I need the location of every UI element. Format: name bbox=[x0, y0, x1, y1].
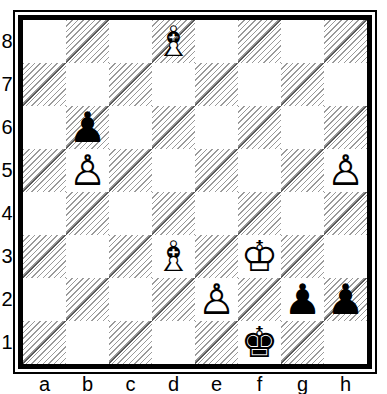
rank-label-1: 1 bbox=[0, 321, 14, 364]
square-a7[interactable] bbox=[23, 63, 66, 106]
square-a4[interactable] bbox=[23, 192, 66, 235]
rank-label-5: 5 bbox=[0, 149, 14, 192]
square-d2[interactable] bbox=[152, 278, 195, 321]
square-a6[interactable] bbox=[23, 106, 66, 149]
square-c7[interactable] bbox=[109, 63, 152, 106]
square-a1[interactable] bbox=[23, 321, 66, 364]
square-e7[interactable] bbox=[195, 63, 238, 106]
piece-glyph: ♙ bbox=[69, 150, 107, 192]
chess-board: ♝♗♟♟♙♟♙♝♗♚♔♟♙♟♟♚ bbox=[13, 10, 377, 374]
square-c1[interactable] bbox=[109, 321, 152, 364]
square-c5[interactable] bbox=[109, 149, 152, 192]
square-h2[interactable]: ♟ bbox=[324, 278, 367, 321]
square-f1[interactable]: ♚ bbox=[238, 321, 281, 364]
piece-black-pawn[interactable]: ♟ bbox=[66, 106, 109, 149]
square-f2[interactable] bbox=[238, 278, 281, 321]
square-f7[interactable] bbox=[238, 63, 281, 106]
square-f3[interactable]: ♚♔ bbox=[238, 235, 281, 278]
square-g2[interactable]: ♟ bbox=[281, 278, 324, 321]
piece-white-king[interactable]: ♚♔ bbox=[238, 235, 281, 278]
square-g1[interactable] bbox=[281, 321, 324, 364]
square-e5[interactable] bbox=[195, 149, 238, 192]
file-label-b: b bbox=[66, 373, 109, 394]
square-d7[interactable] bbox=[152, 63, 195, 106]
rank-label-3: 3 bbox=[0, 235, 14, 278]
square-e2[interactable]: ♟♙ bbox=[195, 278, 238, 321]
square-c8[interactable] bbox=[109, 20, 152, 63]
piece-glyph: ♗ bbox=[155, 21, 193, 63]
piece-white-bishop[interactable]: ♝♗ bbox=[152, 235, 195, 278]
square-b2[interactable] bbox=[66, 278, 109, 321]
square-g7[interactable] bbox=[281, 63, 324, 106]
rank-label-6: 6 bbox=[0, 106, 14, 149]
piece-glyph: ♙ bbox=[198, 279, 236, 321]
square-f4[interactable] bbox=[238, 192, 281, 235]
piece-white-bishop[interactable]: ♝♗ bbox=[152, 20, 195, 63]
square-e3[interactable] bbox=[195, 235, 238, 278]
rank-label-4: 4 bbox=[0, 192, 14, 235]
square-e4[interactable] bbox=[195, 192, 238, 235]
piece-black-pawn[interactable]: ♟ bbox=[324, 278, 367, 321]
piece-glyph: ♙ bbox=[327, 150, 365, 192]
file-labels: abcdefgh bbox=[23, 373, 367, 394]
file-label-h: h bbox=[324, 373, 367, 394]
square-h3[interactable] bbox=[324, 235, 367, 278]
square-c2[interactable] bbox=[109, 278, 152, 321]
square-a8[interactable] bbox=[23, 20, 66, 63]
piece-white-pawn[interactable]: ♟♙ bbox=[66, 149, 109, 192]
square-b6[interactable]: ♟ bbox=[66, 106, 109, 149]
piece-glyph: ♔ bbox=[241, 236, 279, 278]
square-d1[interactable] bbox=[152, 321, 195, 364]
square-e1[interactable] bbox=[195, 321, 238, 364]
piece-black-king[interactable]: ♚ bbox=[238, 321, 281, 364]
square-d4[interactable] bbox=[152, 192, 195, 235]
rank-labels: 87654321 bbox=[0, 20, 14, 364]
square-g5[interactable] bbox=[281, 149, 324, 192]
square-b1[interactable] bbox=[66, 321, 109, 364]
square-h8[interactable] bbox=[324, 20, 367, 63]
square-g8[interactable] bbox=[281, 20, 324, 63]
square-c6[interactable] bbox=[109, 106, 152, 149]
square-d6[interactable] bbox=[152, 106, 195, 149]
piece-white-pawn[interactable]: ♟♙ bbox=[195, 278, 238, 321]
board-border: ♝♗♟♟♙♟♙♝♗♚♔♟♙♟♟♚ bbox=[18, 15, 372, 369]
square-h1[interactable] bbox=[324, 321, 367, 364]
square-d5[interactable] bbox=[152, 149, 195, 192]
piece-white-pawn[interactable]: ♟♙ bbox=[324, 149, 367, 192]
file-label-e: e bbox=[195, 373, 238, 394]
square-a2[interactable] bbox=[23, 278, 66, 321]
piece-glyph: ♗ bbox=[155, 236, 193, 278]
file-label-f: f bbox=[238, 373, 281, 394]
file-label-c: c bbox=[109, 373, 152, 394]
file-label-a: a bbox=[23, 373, 66, 394]
square-a3[interactable] bbox=[23, 235, 66, 278]
board-grid: ♝♗♟♟♙♟♙♝♗♚♔♟♙♟♟♚ bbox=[23, 20, 367, 364]
square-f5[interactable] bbox=[238, 149, 281, 192]
square-b5[interactable]: ♟♙ bbox=[66, 149, 109, 192]
piece-glyph: ♚ bbox=[241, 322, 279, 364]
square-b4[interactable] bbox=[66, 192, 109, 235]
piece-glyph: ♟ bbox=[69, 107, 107, 149]
square-g6[interactable] bbox=[281, 106, 324, 149]
file-label-g: g bbox=[281, 373, 324, 394]
square-a5[interactable] bbox=[23, 149, 66, 192]
square-h7[interactable] bbox=[324, 63, 367, 106]
square-h5[interactable]: ♟♙ bbox=[324, 149, 367, 192]
file-label-d: d bbox=[152, 373, 195, 394]
square-h6[interactable] bbox=[324, 106, 367, 149]
square-b8[interactable] bbox=[66, 20, 109, 63]
piece-glyph: ♟ bbox=[327, 279, 365, 321]
rank-label-7: 7 bbox=[0, 63, 14, 106]
square-f6[interactable] bbox=[238, 106, 281, 149]
square-h4[interactable] bbox=[324, 192, 367, 235]
square-d8[interactable]: ♝♗ bbox=[152, 20, 195, 63]
square-e6[interactable] bbox=[195, 106, 238, 149]
square-g3[interactable] bbox=[281, 235, 324, 278]
square-f8[interactable] bbox=[238, 20, 281, 63]
chess-diagram: 87654321 ♝♗♟♟♙♟♙♝♗♚♔♟♙♟♟♚ abcdefgh bbox=[0, 0, 387, 394]
rank-label-8: 8 bbox=[0, 20, 14, 63]
square-b3[interactable] bbox=[66, 235, 109, 278]
square-b7[interactable] bbox=[66, 63, 109, 106]
piece-glyph: ♟ bbox=[284, 279, 322, 321]
piece-black-pawn[interactable]: ♟ bbox=[281, 278, 324, 321]
rank-label-2: 2 bbox=[0, 278, 14, 321]
square-g4[interactable] bbox=[281, 192, 324, 235]
square-c3[interactable] bbox=[109, 235, 152, 278]
square-d3[interactable]: ♝♗ bbox=[152, 235, 195, 278]
square-c4[interactable] bbox=[109, 192, 152, 235]
square-e8[interactable] bbox=[195, 20, 238, 63]
